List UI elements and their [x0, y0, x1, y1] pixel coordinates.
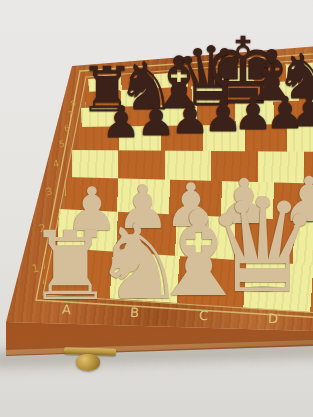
clasp-knob — [76, 354, 100, 371]
black-pawn-a7: ♟ — [101, 100, 140, 144]
brass-clasp — [64, 348, 116, 374]
white-queen-d1: ♛ — [205, 181, 313, 311]
black-pawn-g7: ♟ — [290, 91, 313, 133]
chess-set-photo: 12345678ABCD ♜♞♝♛♚♝♞♟♟♟♟♟♟♟♟♟♟♟♟♜♞♝♛ — [0, 0, 313, 417]
